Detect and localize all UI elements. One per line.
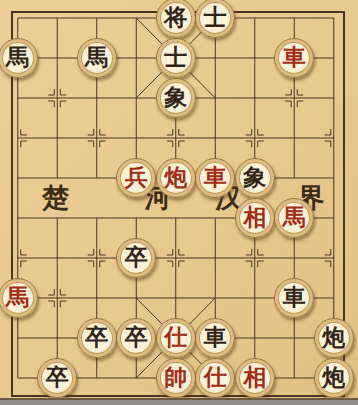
piece-black-cannon[interactable]: 炮 bbox=[314, 358, 354, 398]
piece-red-horse[interactable]: 馬 bbox=[0, 278, 38, 318]
piece-black-elephant[interactable]: 象 bbox=[156, 78, 196, 118]
piece-red-cannon[interactable]: 炮 bbox=[156, 158, 196, 198]
xiangqi-board: 楚 河 汉 界 将士馬馬士車象兵炮車象相馬卒馬車卒卒仕車炮卒帥仕相炮 bbox=[0, 0, 358, 398]
piece-black-cannon[interactable]: 炮 bbox=[314, 318, 354, 358]
piece-black-soldier[interactable]: 卒 bbox=[77, 318, 117, 358]
piece-black-chariot[interactable]: 車 bbox=[274, 278, 314, 318]
piece-black-soldier[interactable]: 卒 bbox=[116, 318, 156, 358]
piece-red-chariot[interactable]: 車 bbox=[195, 158, 235, 198]
piece-red-chariot[interactable]: 車 bbox=[274, 38, 314, 78]
piece-black-advisor[interactable]: 士 bbox=[195, 0, 235, 38]
piece-red-soldier[interactable]: 兵 bbox=[116, 158, 156, 198]
piece-black-soldier[interactable]: 卒 bbox=[37, 358, 77, 398]
piece-black-soldier[interactable]: 卒 bbox=[116, 238, 156, 278]
piece-red-advisor[interactable]: 仕 bbox=[156, 318, 196, 358]
window-bottom-edge bbox=[0, 398, 358, 405]
piece-black-horse[interactable]: 馬 bbox=[77, 38, 117, 78]
piece-red-horse[interactable]: 馬 bbox=[274, 198, 314, 238]
piece-black-chariot[interactable]: 車 bbox=[195, 318, 235, 358]
piece-red-advisor[interactable]: 仕 bbox=[195, 358, 235, 398]
xiangqi-app: 楚 河 汉 界 将士馬馬士車象兵炮車象相馬卒馬車卒卒仕車炮卒帥仕相炮 bbox=[0, 0, 358, 405]
piece-red-general[interactable]: 帥 bbox=[156, 358, 196, 398]
piece-black-elephant[interactable]: 象 bbox=[235, 158, 275, 198]
piece-black-horse[interactable]: 馬 bbox=[0, 38, 38, 78]
piece-grid: 将士馬馬士車象兵炮車象相馬卒馬車卒卒仕車炮卒帥仕相炮 bbox=[0, 0, 354, 398]
piece-red-elephant[interactable]: 相 bbox=[235, 198, 275, 238]
piece-black-advisor[interactable]: 士 bbox=[156, 38, 196, 78]
piece-red-elephant[interactable]: 相 bbox=[235, 358, 275, 398]
piece-black-general[interactable]: 将 bbox=[156, 0, 196, 38]
